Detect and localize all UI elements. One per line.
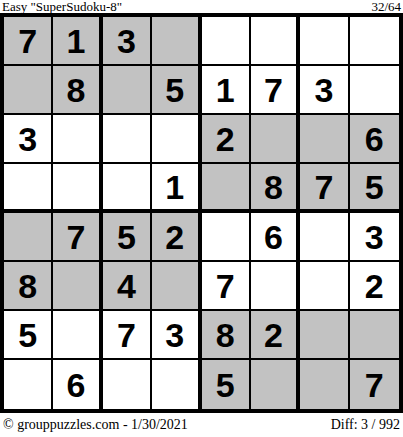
cell-r8c8: 7 xyxy=(350,360,399,409)
cell-r2c7: 3 xyxy=(300,66,349,115)
cell-r7c4: 3 xyxy=(152,311,201,360)
cell-r7c8[interactable] xyxy=(350,311,399,360)
cell-r7c7[interactable] xyxy=(300,311,349,360)
cell-r2c8[interactable] xyxy=(350,66,399,115)
cell-r3c2[interactable] xyxy=(53,115,102,164)
cell-r2c3[interactable] xyxy=(103,66,152,115)
cell-r2c1[interactable] xyxy=(4,66,53,115)
cell-r8c5: 5 xyxy=(202,360,251,409)
cell-r1c6[interactable] xyxy=(251,17,300,66)
cell-r3c4[interactable] xyxy=(152,115,201,164)
cell-r5c7[interactable] xyxy=(300,213,349,262)
cell-r4c4: 1 xyxy=(152,164,201,213)
cell-r7c2[interactable] xyxy=(53,311,102,360)
copyright-credit: © grouppuzzles.com - 1/30/2021 xyxy=(3,417,188,433)
cell-r1c3: 3 xyxy=(103,17,152,66)
cell-r8c1[interactable] xyxy=(4,360,53,409)
cell-r8c7[interactable] xyxy=(300,360,349,409)
cell-r3c1: 3 xyxy=(4,115,53,164)
cell-r3c6[interactable] xyxy=(251,115,300,164)
cell-r6c2[interactable] xyxy=(53,262,102,311)
cell-r1c8[interactable] xyxy=(350,17,399,66)
cell-r7c6: 2 xyxy=(251,311,300,360)
cell-r8c6[interactable] xyxy=(251,360,300,409)
cell-r1c4[interactable] xyxy=(152,17,201,66)
cell-r2c4: 5 xyxy=(152,66,201,115)
cell-r6c5: 7 xyxy=(202,262,251,311)
cell-r6c3: 4 xyxy=(103,262,152,311)
cell-r4c2[interactable] xyxy=(53,164,102,213)
cell-r4c5[interactable] xyxy=(202,164,251,213)
cell-r5c4: 2 xyxy=(152,213,201,262)
cell-r1c1: 7 xyxy=(4,17,53,66)
cell-r6c1: 8 xyxy=(4,262,53,311)
given-count: 32/64 xyxy=(371,0,401,13)
cell-r1c2: 1 xyxy=(53,17,102,66)
cell-r1c7[interactable] xyxy=(300,17,349,66)
cell-r2c2: 8 xyxy=(53,66,102,115)
cell-r8c2: 6 xyxy=(53,360,102,409)
cell-r3c3[interactable] xyxy=(103,115,152,164)
cell-r4c7: 7 xyxy=(300,164,349,213)
cell-r1c5[interactable] xyxy=(202,17,251,66)
cell-r4c6: 8 xyxy=(251,164,300,213)
cell-r6c8: 2 xyxy=(350,262,399,311)
cell-r6c4[interactable] xyxy=(152,262,201,311)
cell-r6c6[interactable] xyxy=(251,262,300,311)
cell-r8c3[interactable] xyxy=(103,360,152,409)
cell-r3c7[interactable] xyxy=(300,115,349,164)
cell-r2c6: 7 xyxy=(251,66,300,115)
cell-r4c8: 5 xyxy=(350,164,399,213)
cell-r2c5: 1 xyxy=(202,66,251,115)
puzzle-header: Easy "SuperSudoku-8" 32/64 xyxy=(0,0,403,13)
puzzle-page: Easy "SuperSudoku-8" 32/64 7138517332618… xyxy=(0,0,403,437)
cell-r3c5: 2 xyxy=(202,115,251,164)
sudoku-board: 71385173326187575263847257382657 xyxy=(0,13,403,413)
cell-r5c3: 5 xyxy=(103,213,152,262)
cell-r7c5: 8 xyxy=(202,311,251,360)
puzzle-title: Easy "SuperSudoku-8" xyxy=(2,0,122,13)
cell-r8c4[interactable] xyxy=(152,360,201,409)
cell-r5c5[interactable] xyxy=(202,213,251,262)
difficulty-label: Diff: 3 / 992 xyxy=(331,417,400,433)
cell-r4c3[interactable] xyxy=(103,164,152,213)
cell-r3c8: 6 xyxy=(350,115,399,164)
puzzle-footer: © grouppuzzles.com - 1/30/2021 Diff: 3 /… xyxy=(0,417,403,433)
cell-r5c8: 3 xyxy=(350,213,399,262)
cell-r5c6: 6 xyxy=(251,213,300,262)
cell-r4c1[interactable] xyxy=(4,164,53,213)
cell-r7c1: 5 xyxy=(4,311,53,360)
cell-r7c3: 7 xyxy=(103,311,152,360)
cell-r5c1[interactable] xyxy=(4,213,53,262)
cell-r5c2: 7 xyxy=(53,213,102,262)
cell-r6c7[interactable] xyxy=(300,262,349,311)
